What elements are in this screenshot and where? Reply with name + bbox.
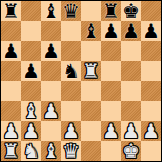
square-d7[interactable] (61, 21, 81, 41)
square-e5[interactable]: ♜ (81, 61, 101, 81)
square-f2[interactable]: ♟ (101, 121, 121, 141)
square-d3[interactable] (61, 101, 81, 121)
square-b8[interactable] (21, 1, 41, 21)
square-e6[interactable] (81, 41, 101, 61)
square-c5[interactable] (41, 61, 61, 81)
square-c6[interactable]: ♟ (41, 41, 61, 61)
square-e3[interactable] (81, 101, 101, 121)
square-h1[interactable] (141, 141, 161, 161)
square-b7[interactable] (21, 21, 41, 41)
square-a4[interactable] (1, 81, 21, 101)
square-b5[interactable]: ♟ (21, 61, 41, 81)
piece-white-pawn[interactable]: ♟ (142, 121, 160, 141)
piece-white-queen[interactable]: ♛ (62, 141, 80, 161)
board-frame: ♜♝♛♜♚♝♟♟♟♟♟♟♞♜♝♟♟♟♟♟♟♟♜♞♝♛♚ (0, 0, 162, 162)
piece-white-knight[interactable]: ♞ (22, 141, 40, 161)
square-d6[interactable] (61, 41, 81, 61)
square-c3[interactable]: ♟ (41, 101, 61, 121)
piece-black-pawn[interactable]: ♟ (22, 61, 40, 81)
square-h3[interactable] (141, 101, 161, 121)
square-a3[interactable] (1, 101, 21, 121)
square-e8[interactable] (81, 1, 101, 21)
square-b2[interactable]: ♟ (21, 121, 41, 141)
square-d2[interactable]: ♟ (61, 121, 81, 141)
piece-white-pawn[interactable]: ♟ (122, 121, 140, 141)
square-d1[interactable]: ♛ (61, 141, 81, 161)
piece-black-bishop[interactable]: ♝ (42, 1, 60, 21)
square-c4[interactable] (41, 81, 61, 101)
square-f1[interactable] (101, 141, 121, 161)
piece-black-pawn[interactable]: ♟ (142, 21, 160, 41)
square-g2[interactable]: ♟ (121, 121, 141, 141)
square-b3[interactable]: ♝ (21, 101, 41, 121)
piece-black-king[interactable]: ♚ (122, 1, 140, 21)
square-h8[interactable] (141, 1, 161, 21)
square-b1[interactable]: ♞ (21, 141, 41, 161)
square-f4[interactable] (101, 81, 121, 101)
piece-black-pawn[interactable]: ♟ (42, 41, 60, 61)
piece-white-pawn[interactable]: ♟ (2, 121, 20, 141)
piece-black-queen[interactable]: ♛ (62, 1, 80, 21)
square-c2[interactable] (41, 121, 61, 141)
square-a6[interactable]: ♟ (1, 41, 21, 61)
square-a5[interactable] (1, 61, 21, 81)
square-g1[interactable]: ♚ (121, 141, 141, 161)
piece-black-rook[interactable]: ♜ (102, 1, 120, 21)
square-e1[interactable] (81, 141, 101, 161)
square-g5[interactable] (121, 61, 141, 81)
piece-white-rook[interactable]: ♜ (2, 141, 20, 161)
square-g3[interactable] (121, 101, 141, 121)
piece-black-pawn[interactable]: ♟ (2, 41, 20, 61)
square-h2[interactable]: ♟ (141, 121, 161, 141)
square-b4[interactable] (21, 81, 41, 101)
square-f8[interactable]: ♜ (101, 1, 121, 21)
square-f7[interactable]: ♟ (101, 21, 121, 41)
square-e7[interactable]: ♝ (81, 21, 101, 41)
piece-white-king[interactable]: ♚ (122, 141, 140, 161)
square-a7[interactable] (1, 21, 21, 41)
square-a2[interactable]: ♟ (1, 121, 21, 141)
square-a8[interactable]: ♜ (1, 1, 21, 21)
piece-white-bishop[interactable]: ♝ (22, 101, 40, 121)
square-c1[interactable]: ♝ (41, 141, 61, 161)
square-g6[interactable] (121, 41, 141, 61)
square-d8[interactable]: ♛ (61, 1, 81, 21)
square-e2[interactable] (81, 121, 101, 141)
piece-white-bishop[interactable]: ♝ (42, 141, 60, 161)
chessboard: ♜♝♛♜♚♝♟♟♟♟♟♟♞♜♝♟♟♟♟♟♟♟♜♞♝♛♚ (1, 1, 161, 161)
square-d5[interactable]: ♞ (61, 61, 81, 81)
piece-black-pawn[interactable]: ♟ (102, 21, 120, 41)
square-h6[interactable] (141, 41, 161, 61)
square-d4[interactable] (61, 81, 81, 101)
square-b6[interactable] (21, 41, 41, 61)
square-g8[interactable]: ♚ (121, 1, 141, 21)
piece-white-pawn[interactable]: ♟ (62, 121, 80, 141)
square-c7[interactable] (41, 21, 61, 41)
square-g7[interactable]: ♟ (121, 21, 141, 41)
piece-black-rook[interactable]: ♜ (2, 1, 20, 21)
square-a1[interactable]: ♜ (1, 141, 21, 161)
square-f6[interactable] (101, 41, 121, 61)
square-f3[interactable] (101, 101, 121, 121)
piece-white-pawn[interactable]: ♟ (22, 121, 40, 141)
square-e4[interactable] (81, 81, 101, 101)
square-c8[interactable]: ♝ (41, 1, 61, 21)
square-h4[interactable] (141, 81, 161, 101)
square-f5[interactable] (101, 61, 121, 81)
piece-black-bishop[interactable]: ♝ (82, 21, 100, 41)
piece-white-pawn[interactable]: ♟ (102, 121, 120, 141)
square-h7[interactable]: ♟ (141, 21, 161, 41)
piece-black-pawn[interactable]: ♟ (122, 21, 140, 41)
piece-white-pawn[interactable]: ♟ (42, 101, 60, 121)
square-g4[interactable] (121, 81, 141, 101)
square-h5[interactable] (141, 61, 161, 81)
piece-black-knight[interactable]: ♞ (62, 61, 80, 81)
piece-white-rook[interactable]: ♜ (82, 61, 100, 81)
